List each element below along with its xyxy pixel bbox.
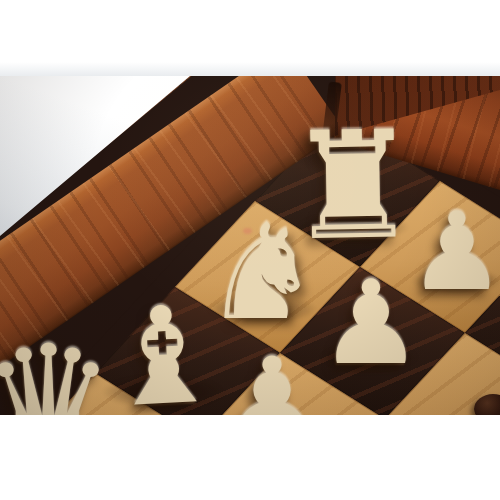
background-top (0, 0, 500, 76)
white-pawn-piece: ♟ (212, 342, 332, 415)
knight-stain (243, 228, 252, 234)
background-bottom (0, 415, 500, 500)
photo-canvas: ♜ ♟ ♞ ♟ ♝ ♟ ♛ (0, 0, 500, 500)
board-photo: ♜ ♟ ♞ ♟ ♝ ♟ ♛ (0, 76, 500, 415)
white-queen-piece: ♛ (0, 325, 123, 415)
